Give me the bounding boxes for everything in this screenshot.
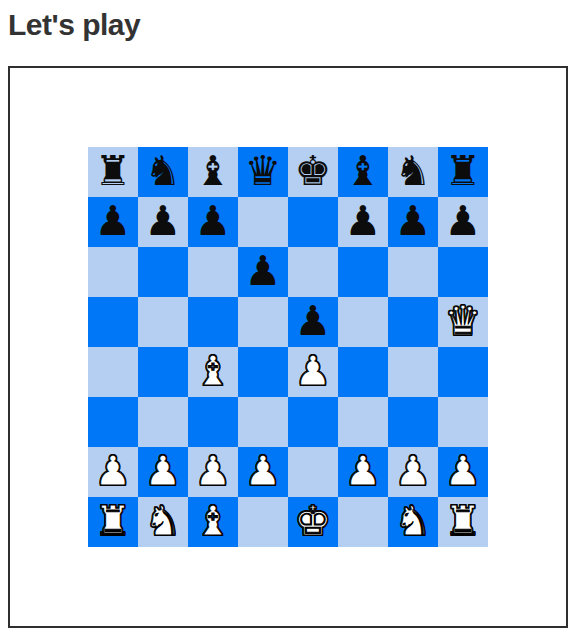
square-g7[interactable]: ♟ [388, 197, 438, 247]
square-h6[interactable] [438, 247, 488, 297]
square-d4[interactable] [238, 347, 288, 397]
piece-white-pawn: ♟ [95, 451, 132, 492]
square-a4[interactable] [88, 347, 138, 397]
piece-black-knight: ♞ [145, 151, 182, 192]
piece-white-pawn: ♟ [445, 451, 482, 492]
piece-white-pawn: ♟ [345, 451, 382, 492]
square-d7[interactable] [238, 197, 288, 247]
piece-white-pawn: ♟ [195, 451, 232, 492]
square-h1[interactable]: ♜ [438, 497, 488, 547]
piece-white-queen: ♛ [445, 301, 482, 342]
piece-white-bishop: ♝ [195, 351, 232, 392]
square-a3[interactable] [88, 397, 138, 447]
square-g2[interactable]: ♟ [388, 447, 438, 497]
piece-black-queen: ♛ [245, 151, 282, 192]
square-c4[interactable]: ♝ [188, 347, 238, 397]
piece-white-knight: ♞ [145, 501, 182, 542]
piece-black-pawn: ♟ [445, 201, 482, 242]
square-a8[interactable]: ♜ [88, 147, 138, 197]
piece-black-pawn: ♟ [95, 201, 132, 242]
square-e1[interactable]: ♚ [288, 497, 338, 547]
square-e2[interactable] [288, 447, 338, 497]
square-e5[interactable]: ♟ [288, 297, 338, 347]
square-d6[interactable]: ♟ [238, 247, 288, 297]
square-c2[interactable]: ♟ [188, 447, 238, 497]
square-c1[interactable]: ♝ [188, 497, 238, 547]
square-b8[interactable]: ♞ [138, 147, 188, 197]
square-g8[interactable]: ♞ [388, 147, 438, 197]
square-a7[interactable]: ♟ [88, 197, 138, 247]
square-d8[interactable]: ♛ [238, 147, 288, 197]
piece-black-bishop: ♝ [345, 151, 382, 192]
piece-black-knight: ♞ [395, 151, 432, 192]
piece-white-pawn: ♟ [145, 451, 182, 492]
piece-white-knight: ♞ [395, 501, 432, 542]
square-e4[interactable]: ♟ [288, 347, 338, 397]
piece-white-king: ♚ [295, 501, 332, 542]
piece-black-king: ♚ [295, 151, 332, 192]
square-c8[interactable]: ♝ [188, 147, 238, 197]
square-b3[interactable] [138, 397, 188, 447]
square-c7[interactable]: ♟ [188, 197, 238, 247]
square-c3[interactable] [188, 397, 238, 447]
square-a5[interactable] [88, 297, 138, 347]
square-b2[interactable]: ♟ [138, 447, 188, 497]
square-e6[interactable] [288, 247, 338, 297]
piece-black-pawn: ♟ [395, 201, 432, 242]
piece-black-rook: ♜ [445, 151, 482, 192]
piece-black-bishop: ♝ [195, 151, 232, 192]
piece-white-rook: ♜ [95, 501, 132, 542]
piece-white-pawn: ♟ [295, 351, 332, 392]
piece-white-rook: ♜ [445, 501, 482, 542]
square-b5[interactable] [138, 297, 188, 347]
square-c5[interactable] [188, 297, 238, 347]
square-f4[interactable] [338, 347, 388, 397]
square-f6[interactable] [338, 247, 388, 297]
square-h7[interactable]: ♟ [438, 197, 488, 247]
square-e7[interactable] [288, 197, 338, 247]
board-frame: ♜♞♝♛♚♝♞♜♟♟♟♟♟♟♟♟♛♝♟♟♟♟♟♟♟♟♜♞♝♚♞♜ [8, 66, 568, 628]
square-b6[interactable] [138, 247, 188, 297]
square-e3[interactable] [288, 397, 338, 447]
chess-board: ♜♞♝♛♚♝♞♜♟♟♟♟♟♟♟♟♛♝♟♟♟♟♟♟♟♟♜♞♝♚♞♜ [88, 147, 488, 547]
square-d1[interactable] [238, 497, 288, 547]
square-c6[interactable] [188, 247, 238, 297]
square-f1[interactable] [338, 497, 388, 547]
square-d5[interactable] [238, 297, 288, 347]
square-b1[interactable]: ♞ [138, 497, 188, 547]
square-g6[interactable] [388, 247, 438, 297]
square-f3[interactable] [338, 397, 388, 447]
piece-black-pawn: ♟ [195, 201, 232, 242]
piece-black-pawn: ♟ [295, 301, 332, 342]
piece-white-pawn: ♟ [245, 451, 282, 492]
square-g5[interactable] [388, 297, 438, 347]
square-b4[interactable] [138, 347, 188, 397]
piece-black-pawn: ♟ [245, 251, 282, 292]
square-h4[interactable] [438, 347, 488, 397]
square-g1[interactable]: ♞ [388, 497, 438, 547]
square-d3[interactable] [238, 397, 288, 447]
piece-white-pawn: ♟ [395, 451, 432, 492]
square-f2[interactable]: ♟ [338, 447, 388, 497]
piece-black-pawn: ♟ [345, 201, 382, 242]
square-h3[interactable] [438, 397, 488, 447]
square-f7[interactable]: ♟ [338, 197, 388, 247]
square-h5[interactable]: ♛ [438, 297, 488, 347]
square-g4[interactable] [388, 347, 438, 397]
square-h2[interactable]: ♟ [438, 447, 488, 497]
square-a6[interactable] [88, 247, 138, 297]
piece-white-bishop: ♝ [195, 501, 232, 542]
square-e8[interactable]: ♚ [288, 147, 338, 197]
square-g3[interactable] [388, 397, 438, 447]
square-b7[interactable]: ♟ [138, 197, 188, 247]
page-title: Let's play [8, 8, 140, 42]
square-a1[interactable]: ♜ [88, 497, 138, 547]
square-a2[interactable]: ♟ [88, 447, 138, 497]
square-h8[interactable]: ♜ [438, 147, 488, 197]
piece-black-rook: ♜ [95, 151, 132, 192]
square-d2[interactable]: ♟ [238, 447, 288, 497]
square-f8[interactable]: ♝ [338, 147, 388, 197]
square-f5[interactable] [338, 297, 388, 347]
piece-black-pawn: ♟ [145, 201, 182, 242]
